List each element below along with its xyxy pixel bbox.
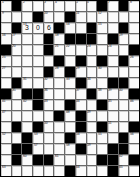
black-cell-r13c1 [12, 144, 22, 154]
cell-r2c7[interactable] [76, 23, 86, 33]
cell-r4c1[interactable]: 20 [12, 45, 22, 55]
clue-number: 21 [55, 44, 59, 47]
black-cell-r7c1 [12, 78, 22, 88]
cell-r10c8[interactable]: 49 [87, 111, 97, 121]
cell-r1c4[interactable]: 10 [44, 12, 54, 22]
clue-number: 2 [23, 0, 25, 3]
clue-number: 9 [2, 11, 4, 14]
cell-r7c3[interactable] [33, 78, 43, 88]
clue-number: 43 [44, 99, 48, 102]
black-cell-r12c11 [119, 133, 129, 143]
cell-r0c8[interactable]: 6 [87, 1, 97, 11]
black-cell-r4c12 [129, 45, 139, 55]
clue-number: 25 [2, 55, 6, 58]
cell-r15c12[interactable] [129, 166, 139, 176]
cell-r8c1[interactable]: 35 [12, 89, 22, 99]
cell-r14c5[interactable]: 61 [54, 155, 64, 165]
black-cell-r7c10 [108, 78, 118, 88]
cell-r4c3[interactable] [33, 45, 43, 55]
clue-number: 10 [44, 11, 48, 14]
cell-r11c2[interactable] [22, 122, 32, 132]
cell-r5c10[interactable] [108, 56, 118, 66]
cell-r12c3[interactable]: 53 [33, 133, 43, 143]
cell-r9c7[interactable]: 44 [76, 100, 86, 110]
cell-r11c11[interactable] [119, 122, 129, 132]
cell-r12c1[interactable] [12, 133, 22, 143]
black-cell-r10c5 [54, 111, 64, 121]
clue-number: 54 [76, 132, 80, 135]
cell-r6c10[interactable] [108, 67, 118, 77]
clue-number: 28 [55, 66, 59, 69]
cell-r13c4[interactable] [44, 144, 54, 154]
cell-r8c6[interactable] [65, 89, 75, 99]
cell-r1c2[interactable] [22, 12, 32, 22]
clue-number: 59 [87, 143, 91, 146]
cell-r11c0[interactable] [1, 122, 11, 132]
black-cell-r2c8 [87, 23, 97, 33]
cell-r15c1[interactable] [12, 166, 22, 176]
cell-r5c4[interactable] [44, 56, 54, 66]
black-cell-r9c3 [33, 100, 43, 110]
black-cell-r11c1 [12, 122, 22, 132]
clue-number: 29 [76, 66, 80, 69]
black-cell-r13c2 [22, 144, 32, 154]
black-cell-r4c4 [44, 45, 54, 55]
filled-character: 3 [23, 24, 31, 33]
cell-r14c2[interactable]: 60 [22, 155, 32, 165]
cell-r6c11[interactable] [119, 67, 129, 77]
clue-number: 12 [98, 11, 102, 14]
cell-r13c0[interactable] [1, 144, 11, 154]
black-cell-r11c3 [33, 122, 43, 132]
cell-r10c0[interactable]: 47 [1, 111, 11, 121]
cell-r11c5[interactable] [54, 122, 64, 132]
cell-r1c12[interactable] [129, 12, 139, 22]
cell-r6c3[interactable] [33, 67, 43, 77]
cell-r12c7[interactable]: 54 [76, 133, 86, 143]
clue-number: 19 [119, 33, 123, 36]
cell-r14c6[interactable] [65, 155, 75, 165]
cell-r5c12[interactable]: 26 [129, 56, 139, 66]
cell-r6c7[interactable]: 29 [76, 67, 86, 77]
cell-r1c8[interactable] [87, 12, 97, 22]
clue-number: 62 [119, 154, 123, 157]
cell-r7c9[interactable] [97, 78, 107, 88]
clue-number: 65 [119, 165, 123, 168]
cell-r14c8[interactable] [87, 155, 97, 165]
cell-r13c9[interactable] [97, 144, 107, 154]
clue-number: 50 [44, 121, 48, 124]
black-cell-r8c8 [87, 89, 97, 99]
cell-r7c12[interactable] [129, 78, 139, 88]
cell-r9c5[interactable] [54, 100, 64, 110]
clue-number: 30 [98, 66, 102, 69]
clue-number: 33 [66, 77, 70, 80]
clue-number: 58 [66, 143, 70, 146]
cell-r8c10[interactable]: 39 [108, 89, 118, 99]
cell-r15c11[interactable]: 65 [119, 166, 129, 176]
clue-number: 39 [108, 88, 112, 91]
cell-r5c2[interactable] [22, 56, 32, 66]
cell-r0c2[interactable]: 2 [22, 1, 32, 11]
cell-r15c9[interactable] [97, 166, 107, 176]
black-cell-r12c2 [22, 133, 32, 143]
clue-number: 37 [76, 88, 80, 91]
cell-r13c8[interactable]: 59 [87, 144, 97, 154]
black-cell-r1c6 [65, 12, 75, 22]
clue-number: 52 [2, 132, 6, 135]
cell-r15c8[interactable] [87, 166, 97, 176]
cell-r3c3[interactable] [33, 34, 43, 44]
clue-number: 53 [34, 132, 38, 135]
clue-number: 13 [23, 22, 27, 25]
clue-number: 56 [130, 132, 134, 135]
cell-r6c8[interactable] [87, 67, 97, 77]
clue-number: 26 [130, 55, 134, 58]
cell-r7c5[interactable] [54, 78, 64, 88]
clue-number: 24 [108, 44, 112, 47]
cell-r4c2[interactable] [22, 45, 32, 55]
cell-r13c5[interactable] [54, 144, 64, 154]
cell-r0c4[interactable]: 3 [44, 1, 54, 11]
clue-number: 17 [12, 33, 16, 36]
black-cell-r1c3 [33, 12, 43, 22]
cell-r2c2[interactable]: 133 [22, 23, 32, 33]
cell-r14c11[interactable]: 62 [119, 155, 129, 165]
cell-r13c12[interactable] [129, 144, 139, 154]
clue-number: 48 [66, 110, 70, 113]
cell-r11c8[interactable] [87, 122, 97, 132]
black-cell-r15c10 [108, 166, 118, 176]
black-cell-r3c8 [87, 34, 97, 44]
black-cell-r0c1 [12, 1, 22, 11]
clue-number: 5 [76, 0, 78, 3]
clue-number: 51 [108, 121, 112, 124]
clue-number: 63 [2, 165, 6, 168]
cell-r8c11[interactable]: 40 [119, 89, 129, 99]
black-cell-r4c0 [1, 45, 11, 55]
cell-r15c2[interactable] [22, 166, 32, 176]
clue-number: 16 [2, 33, 6, 36]
cell-r15c0[interactable]: 63 [1, 166, 11, 176]
cell-r4c7[interactable] [76, 45, 86, 55]
cell-r2c0[interactable] [1, 23, 11, 33]
cell-r0c10[interactable]: 7 [108, 1, 118, 11]
clue-number: 46 [130, 99, 134, 102]
cell-r12c10[interactable] [108, 133, 118, 143]
black-cell-r9c9 [97, 100, 107, 110]
cell-r2c6[interactable]: 14 [65, 23, 75, 33]
cell-r11c6[interactable] [65, 122, 75, 132]
cell-r1c1[interactable] [12, 12, 22, 22]
clue-number: 32 [44, 77, 48, 80]
black-cell-r14c4 [44, 155, 54, 165]
cell-r6c2[interactable] [22, 67, 32, 77]
cell-r2c12[interactable] [129, 23, 139, 33]
clue-number: 60 [23, 154, 27, 157]
black-cell-r8c3 [33, 89, 43, 99]
black-cell-r6c6 [65, 67, 75, 77]
cell-r0c12[interactable]: 8 [129, 1, 139, 11]
black-cell-r3c7 [76, 34, 86, 44]
cell-r8c5[interactable] [54, 89, 64, 99]
cell-r3c0[interactable]: 16 [1, 34, 11, 44]
black-cell-r8c0 [1, 89, 11, 99]
cell-r10c12[interactable] [129, 111, 139, 121]
cell-r9c0[interactable]: 41 [1, 100, 11, 110]
clue-number: 57 [34, 143, 38, 146]
cell-r10c1[interactable] [12, 111, 22, 121]
cell-r10c2[interactable] [22, 111, 32, 121]
clue-number: 8 [130, 0, 132, 3]
cell-r5c6[interactable] [65, 56, 75, 66]
cell-r13c6[interactable]: 58 [65, 144, 75, 154]
clue-number: 38 [98, 88, 102, 91]
cell-r5c0[interactable]: 25 [1, 56, 11, 66]
black-cell-r2c11 [119, 23, 129, 33]
clue-number: 35 [12, 88, 16, 91]
cell-r4c8[interactable]: 23 [87, 45, 97, 55]
black-cell-r5c5 [54, 56, 64, 66]
cell-r9c12[interactable]: 46 [129, 100, 139, 110]
clue-number: 14 [66, 22, 70, 25]
cell-r6c1[interactable] [12, 67, 22, 77]
clue-number: 36 [44, 88, 48, 91]
cell-r8c9[interactable]: 38 [97, 89, 107, 99]
clue-number: 7 [108, 0, 110, 3]
clue-number: 49 [87, 110, 91, 113]
cell-r0c6[interactable] [65, 1, 75, 11]
cell-r10c4[interactable] [44, 111, 54, 121]
cell-r6c0[interactable]: 27 [1, 67, 11, 77]
clue-number: 18 [55, 33, 59, 36]
black-cell-r0c11 [119, 1, 129, 11]
cell-r9c8[interactable] [87, 100, 97, 110]
black-cell-r5c11 [119, 56, 129, 66]
cell-r0c7[interactable]: 5 [76, 1, 86, 11]
cell-r10c6[interactable]: 48 [65, 111, 75, 121]
black-cell-r5c9 [97, 56, 107, 66]
clue-number: 44 [76, 99, 80, 102]
cell-r12c0[interactable]: 52 [1, 133, 11, 143]
cell-r15c4[interactable] [44, 166, 54, 176]
cell-r7c6[interactable]: 33 [65, 78, 75, 88]
cell-r2c10[interactable] [108, 23, 118, 33]
clue-number: 11 [76, 11, 79, 14]
clue-number: 23 [87, 44, 91, 47]
cell-r9c10[interactable]: 45 [108, 100, 118, 110]
cell-r14c7[interactable] [76, 155, 86, 165]
filled-character: 0 [34, 24, 42, 33]
clue-number: 20 [12, 44, 16, 47]
black-cell-r8c2 [22, 89, 32, 99]
black-cell-r8c12 [129, 89, 139, 99]
clue-number: 41 [2, 99, 6, 102]
cell-r10c9[interactable] [97, 111, 107, 121]
cell-r5c8[interactable] [87, 56, 97, 66]
cell-r1c9[interactable]: 12 [97, 12, 107, 22]
cell-r7c8[interactable]: 34 [87, 78, 97, 88]
cell-r9c1[interactable] [12, 100, 22, 110]
black-cell-r5c7 [76, 56, 86, 66]
cell-r4c10[interactable]: 24 [108, 45, 118, 55]
black-cell-r14c1 [12, 155, 22, 165]
cell-r15c5[interactable] [54, 166, 64, 176]
cell-r0c5[interactable]: 4 [54, 1, 64, 11]
clue-number: 47 [2, 110, 6, 113]
black-cell-r9c6 [65, 100, 75, 110]
cell-r6c9[interactable]: 30 [97, 67, 107, 77]
cell-r2c3[interactable]: 0 [33, 23, 43, 33]
clue-number: 45 [108, 99, 112, 102]
cell-r0c0[interactable]: 1 [1, 1, 11, 11]
cell-r6c12[interactable] [129, 67, 139, 77]
black-cell-r15c6 [65, 166, 75, 176]
cell-r9c4[interactable]: 43 [44, 100, 54, 110]
black-cell-r11c7 [76, 122, 86, 132]
black-cell-r13c7 [76, 144, 86, 154]
cell-r10c10[interactable] [108, 111, 118, 121]
cell-r1c7[interactable]: 11 [76, 12, 86, 22]
cell-r4c6[interactable]: 22 [65, 45, 75, 55]
cell-r0c3[interactable] [33, 1, 43, 11]
black-cell-r3c6 [65, 34, 75, 44]
cell-r8c7[interactable]: 37 [76, 89, 86, 99]
black-cell-r3c4 [44, 34, 54, 44]
cell-r3c1[interactable]: 17 [12, 34, 22, 44]
black-cell-r7c7 [76, 78, 86, 88]
cell-r7c2[interactable]: 31 [22, 78, 32, 88]
clue-number: 27 [2, 66, 6, 69]
cell-r7c4[interactable]: 32 [44, 78, 54, 88]
cell-r11c4[interactable]: 50 [44, 122, 54, 132]
cell-r3c11[interactable]: 19 [119, 34, 129, 44]
cell-r10c3[interactable] [33, 111, 43, 121]
cell-r7c0[interactable] [1, 78, 11, 88]
cell-r4c9[interactable] [97, 45, 107, 55]
black-cell-r14c10 [108, 155, 118, 165]
black-cell-r13c10 [108, 144, 118, 154]
clue-number: 31 [23, 77, 27, 80]
filled-character: 6 [44, 24, 52, 33]
black-cell-r11c9 [97, 122, 107, 132]
black-cell-r0c9 [97, 1, 107, 11]
clue-number: 61 [55, 154, 59, 157]
black-cell-r6c4 [44, 67, 54, 77]
cell-r9c11[interactable] [119, 100, 129, 110]
cell-r5c1[interactable] [12, 56, 22, 66]
cell-r3c2[interactable] [22, 34, 32, 44]
cell-r3c9[interactable] [97, 34, 107, 44]
black-cell-r7c11 [119, 78, 129, 88]
black-cell-r2c1 [12, 23, 22, 33]
clue-number: 3 [44, 0, 46, 3]
clue-number: 4 [55, 0, 57, 3]
clue-number: 42 [23, 99, 27, 102]
cell-r15c7[interactable]: 64 [76, 166, 86, 176]
cell-r1c11[interactable] [119, 12, 129, 22]
clue-number: 40 [119, 88, 123, 91]
cell-r9c2[interactable]: 42 [22, 100, 32, 110]
black-cell-r3c10 [108, 34, 118, 44]
cell-r12c4[interactable] [44, 133, 54, 143]
cell-r1c10[interactable] [108, 12, 118, 22]
cell-r8c4[interactable]: 36 [44, 89, 54, 99]
cell-r12c8[interactable] [87, 133, 97, 143]
black-cell-r14c3 [33, 155, 43, 165]
clue-number: 6 [87, 0, 89, 3]
cell-r4c11[interactable] [119, 45, 129, 55]
cell-r5c3[interactable] [33, 56, 43, 66]
cell-r3c12[interactable] [129, 34, 139, 44]
cell-r12c12[interactable]: 56 [129, 133, 139, 143]
black-cell-r13c11 [119, 144, 129, 154]
cell-r6c5[interactable]: 28 [54, 67, 64, 77]
cell-r2c4[interactable]: 6 [44, 23, 54, 33]
clue-number: 1 [2, 0, 4, 3]
clue-number: 55 [98, 132, 102, 135]
crossword-grid: 1234567891011121330614151617181920212223… [0, 0, 140, 177]
clue-number: 22 [66, 44, 70, 47]
cell-r2c9[interactable]: 15 [97, 23, 107, 33]
clue-number: 34 [87, 77, 91, 80]
cell-r4c5[interactable]: 21 [54, 45, 64, 55]
black-cell-r14c9 [97, 155, 107, 165]
clue-number: 15 [98, 22, 102, 25]
black-cell-r12c6 [65, 133, 75, 143]
cell-r1c5[interactable] [54, 12, 64, 22]
cell-r13c3[interactable]: 57 [33, 144, 43, 154]
black-cell-r11c12 [129, 122, 139, 132]
cell-r14c0[interactable] [1, 155, 11, 165]
cell-r10c11[interactable] [119, 111, 129, 121]
cell-r12c9[interactable]: 55 [97, 133, 107, 143]
cell-r3c5[interactable]: 18 [54, 34, 64, 44]
clue-number: 64 [76, 165, 80, 168]
black-cell-r14c12 [129, 155, 139, 165]
black-cell-r10c7 [76, 111, 86, 121]
cell-r1c0[interactable]: 9 [1, 12, 11, 22]
black-cell-r2c5 [54, 23, 64, 33]
cell-r12c5[interactable] [54, 133, 64, 143]
cell-r11c10[interactable]: 51 [108, 122, 118, 132]
cell-r15c3[interactable] [33, 166, 43, 176]
